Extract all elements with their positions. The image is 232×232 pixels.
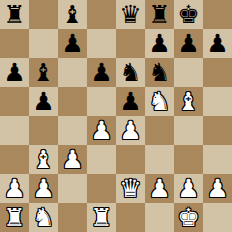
square-a4[interactable] — [0, 116, 29, 145]
square-e8[interactable]: ♛ — [116, 0, 145, 29]
piece-black-knight-e6[interactable]: ♞ — [116, 58, 145, 87]
square-c4[interactable] — [58, 116, 87, 145]
piece-white-rook-a1[interactable]: ♜ — [0, 203, 29, 232]
piece-black-rook-a8[interactable]: ♜ — [0, 0, 29, 29]
square-f5[interactable]: ♞ — [145, 87, 174, 116]
piece-black-king-g8[interactable]: ♚ — [174, 0, 203, 29]
square-a1[interactable]: ♜ — [0, 203, 29, 232]
square-h6[interactable] — [203, 58, 232, 87]
square-h7[interactable]: ♟ — [203, 29, 232, 58]
square-a2[interactable]: ♟ — [0, 174, 29, 203]
piece-black-pawn-h7[interactable]: ♟ — [203, 29, 232, 58]
square-d8[interactable] — [87, 0, 116, 29]
square-g1[interactable]: ♚ — [174, 203, 203, 232]
square-g8[interactable]: ♚ — [174, 0, 203, 29]
square-c3[interactable]: ♟ — [58, 145, 87, 174]
piece-black-bishop-b6[interactable]: ♝ — [29, 58, 58, 87]
square-g2[interactable]: ♟ — [174, 174, 203, 203]
square-b4[interactable] — [29, 116, 58, 145]
piece-white-pawn-e4[interactable]: ♟ — [116, 116, 145, 145]
piece-white-pawn-a2[interactable]: ♟ — [0, 174, 29, 203]
square-h8[interactable] — [203, 0, 232, 29]
square-d5[interactable] — [87, 87, 116, 116]
piece-black-pawn-g7[interactable]: ♟ — [174, 29, 203, 58]
piece-white-king-g1[interactable]: ♚ — [174, 203, 203, 232]
square-b6[interactable]: ♝ — [29, 58, 58, 87]
square-h2[interactable]: ♟ — [203, 174, 232, 203]
piece-black-pawn-a6[interactable]: ♟ — [0, 58, 29, 87]
square-a8[interactable]: ♜ — [0, 0, 29, 29]
square-f7[interactable]: ♟ — [145, 29, 174, 58]
piece-white-queen-e2[interactable]: ♛ — [116, 174, 145, 203]
square-d4[interactable]: ♟ — [87, 116, 116, 145]
square-c7[interactable]: ♟ — [58, 29, 87, 58]
square-h5[interactable] — [203, 87, 232, 116]
square-g4[interactable] — [174, 116, 203, 145]
square-f2[interactable]: ♟ — [145, 174, 174, 203]
square-c5[interactable] — [58, 87, 87, 116]
piece-white-pawn-g2[interactable]: ♟ — [174, 174, 203, 203]
square-e1[interactable] — [116, 203, 145, 232]
square-a6[interactable]: ♟ — [0, 58, 29, 87]
piece-white-knight-f5[interactable]: ♞ — [145, 87, 174, 116]
square-d7[interactable] — [87, 29, 116, 58]
square-b3[interactable]: ♝ — [29, 145, 58, 174]
square-b5[interactable]: ♟ — [29, 87, 58, 116]
square-a5[interactable] — [0, 87, 29, 116]
square-e3[interactable] — [116, 145, 145, 174]
square-e5[interactable]: ♟ — [116, 87, 145, 116]
square-d3[interactable] — [87, 145, 116, 174]
piece-white-pawn-c3[interactable]: ♟ — [58, 145, 87, 174]
square-c8[interactable]: ♝ — [58, 0, 87, 29]
piece-black-pawn-d6[interactable]: ♟ — [87, 58, 116, 87]
square-f6[interactable]: ♞ — [145, 58, 174, 87]
square-e6[interactable]: ♞ — [116, 58, 145, 87]
piece-white-rook-d1[interactable]: ♜ — [87, 203, 116, 232]
piece-black-queen-e8[interactable]: ♛ — [116, 0, 145, 29]
piece-white-bishop-b3[interactable]: ♝ — [29, 145, 58, 174]
square-c6[interactable] — [58, 58, 87, 87]
piece-black-knight-f6[interactable]: ♞ — [145, 58, 174, 87]
square-a3[interactable] — [0, 145, 29, 174]
square-g7[interactable]: ♟ — [174, 29, 203, 58]
square-h1[interactable] — [203, 203, 232, 232]
square-c1[interactable] — [58, 203, 87, 232]
square-d1[interactable]: ♜ — [87, 203, 116, 232]
square-b1[interactable]: ♞ — [29, 203, 58, 232]
piece-black-pawn-b5[interactable]: ♟ — [29, 87, 58, 116]
square-h4[interactable] — [203, 116, 232, 145]
piece-white-pawn-f2[interactable]: ♟ — [145, 174, 174, 203]
square-f3[interactable] — [145, 145, 174, 174]
piece-black-pawn-c7[interactable]: ♟ — [58, 29, 87, 58]
square-h3[interactable] — [203, 145, 232, 174]
square-f4[interactable] — [145, 116, 174, 145]
square-a7[interactable] — [0, 29, 29, 58]
square-e7[interactable] — [116, 29, 145, 58]
square-e4[interactable]: ♟ — [116, 116, 145, 145]
piece-white-pawn-h2[interactable]: ♟ — [203, 174, 232, 203]
square-d2[interactable] — [87, 174, 116, 203]
piece-black-pawn-e5[interactable]: ♟ — [116, 87, 145, 116]
piece-white-pawn-d4[interactable]: ♟ — [87, 116, 116, 145]
chess-board: ♜♝♛♜♚♟♟♟♟♟♝♟♞♞♟♟♞♝♟♟♝♟♟♟♛♟♟♟♜♞♜♚ — [0, 0, 232, 232]
square-f1[interactable] — [145, 203, 174, 232]
square-d6[interactable]: ♟ — [87, 58, 116, 87]
square-g5[interactable]: ♝ — [174, 87, 203, 116]
square-c2[interactable] — [58, 174, 87, 203]
piece-white-knight-b1[interactable]: ♞ — [29, 203, 58, 232]
piece-white-pawn-b2[interactable]: ♟ — [29, 174, 58, 203]
piece-black-rook-f8[interactable]: ♜ — [145, 0, 174, 29]
square-e2[interactable]: ♛ — [116, 174, 145, 203]
square-f8[interactable]: ♜ — [145, 0, 174, 29]
piece-black-pawn-f7[interactable]: ♟ — [145, 29, 174, 58]
square-b8[interactable] — [29, 0, 58, 29]
square-b2[interactable]: ♟ — [29, 174, 58, 203]
piece-white-bishop-g5[interactable]: ♝ — [174, 87, 203, 116]
piece-black-bishop-c8[interactable]: ♝ — [58, 0, 87, 29]
square-g3[interactable] — [174, 145, 203, 174]
square-g6[interactable] — [174, 58, 203, 87]
square-b7[interactable] — [29, 29, 58, 58]
